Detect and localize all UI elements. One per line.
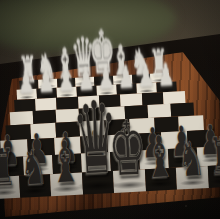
piece-bN: ♞ [19,143,48,192]
piece-bR: ♜ [208,130,220,182]
square [170,102,194,116]
piece-wP: ♟ [37,65,55,96]
piece-bN: ♞ [177,135,206,184]
piece-wP: ♟ [137,60,155,91]
chess-set-photo: ♜♞♝♛♚♝♞♜♟♟♟♟♟♟♟♟♟♟♟♟♟♟♟♟♜♞♝♛♚♝♞♜ [0,0,220,219]
piece-bK: ♚ [107,110,149,187]
square [10,111,34,125]
piece-bB: ♝ [143,126,176,185]
chessboard: ♜♞♝♛♚♝♞♜♟♟♟♟♟♟♟♟♟♟♟♟♟♟♟♟♜♞♝♛♚♝♞♜ [0,0,220,219]
piece-wP: ♟ [117,61,135,92]
piece-bR: ♜ [0,142,17,194]
square [33,109,57,123]
piece-wP: ♟ [157,59,175,90]
piece-wP: ♟ [17,66,35,97]
square [148,103,172,117]
